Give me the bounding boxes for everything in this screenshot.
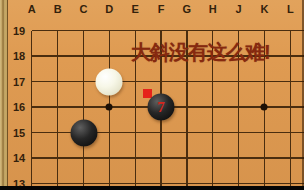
col-label-K: K bbox=[260, 3, 268, 15]
grid-hline-14 bbox=[32, 157, 304, 158]
black-stone-F16: 7 bbox=[148, 94, 175, 121]
row-label-17: 17 bbox=[13, 76, 25, 88]
col-label-C: C bbox=[80, 3, 88, 15]
grid-vline-B bbox=[57, 31, 58, 187]
grid-hline-13 bbox=[32, 183, 304, 184]
row-label-14: 14 bbox=[13, 152, 25, 164]
col-label-H: H bbox=[209, 3, 217, 15]
grid-vline-L bbox=[290, 31, 291, 187]
screen-right-edge bbox=[302, 0, 304, 190]
go-board: ABCDEFGHJKL19181716151413 7 大斜没有这么难! bbox=[0, 0, 304, 190]
row-label-15: 15 bbox=[13, 127, 25, 139]
caption-text: 大斜没有这么难! bbox=[131, 39, 270, 66]
col-label-L: L bbox=[287, 3, 294, 15]
grid-hline-19 bbox=[32, 30, 304, 31]
white-stone-D17 bbox=[96, 68, 123, 95]
board-side-edge bbox=[0, 0, 8, 190]
grid-vline-C bbox=[83, 31, 84, 187]
col-label-B: B bbox=[54, 3, 62, 15]
star-point-K16 bbox=[261, 104, 268, 111]
col-label-J: J bbox=[236, 3, 242, 15]
col-label-D: D bbox=[105, 3, 113, 15]
row-label-19: 19 bbox=[13, 25, 25, 37]
col-label-E: E bbox=[132, 3, 139, 15]
col-label-G: G bbox=[183, 3, 192, 15]
row-label-18: 18 bbox=[13, 50, 25, 62]
black-stone-C15 bbox=[70, 119, 97, 146]
row-label-16: 16 bbox=[13, 101, 25, 113]
move-number-label: 7 bbox=[157, 100, 165, 115]
grid-vline-A bbox=[31, 31, 32, 187]
col-label-A: A bbox=[28, 3, 36, 15]
grid-hline-17 bbox=[32, 81, 304, 82]
star-point-D16 bbox=[106, 104, 113, 111]
col-label-F: F bbox=[158, 3, 165, 15]
bottom-letterbox-bar bbox=[0, 186, 304, 190]
